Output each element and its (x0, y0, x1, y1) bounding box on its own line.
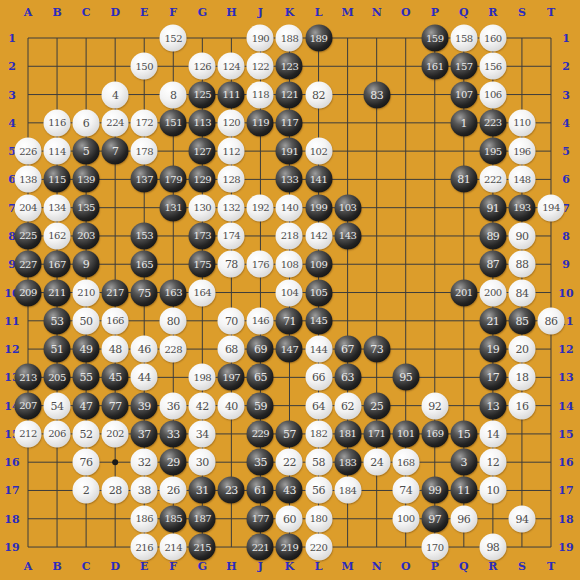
stone-S18[interactable]: 94 (508, 505, 535, 532)
stone-M16[interactable]: 183 (334, 449, 361, 476)
stone-M7[interactable]: 103 (334, 194, 361, 221)
stone-O16[interactable]: 168 (392, 449, 419, 476)
stone-L13[interactable]: 66 (305, 364, 332, 391)
stone-Q2[interactable]: 157 (450, 53, 477, 80)
stone-S7[interactable]: 193 (508, 194, 535, 221)
stone-H9[interactable]: 78 (218, 251, 245, 278)
stone-J2[interactable]: 122 (247, 53, 274, 80)
stone-J1[interactable]: 190 (247, 25, 274, 52)
stone-R12[interactable]: 19 (479, 336, 506, 363)
stone-L5[interactable]: 102 (305, 138, 332, 165)
stone-F4[interactable]: 151 (160, 109, 187, 136)
stone-K10[interactable]: 104 (276, 279, 303, 306)
stone-R16[interactable]: 12 (479, 449, 506, 476)
stone-K11[interactable]: 71 (276, 307, 303, 334)
stone-D4[interactable]: 224 (102, 109, 129, 136)
stone-D13[interactable]: 45 (102, 364, 129, 391)
stone-K5[interactable]: 191 (276, 138, 303, 165)
stone-E17[interactable]: 38 (131, 477, 158, 504)
stone-E8[interactable]: 153 (131, 222, 158, 249)
stone-R13[interactable]: 17 (479, 364, 506, 391)
stone-C12[interactable]: 49 (73, 336, 100, 363)
stone-T7[interactable]: 194 (537, 194, 564, 221)
stone-Q1[interactable]: 158 (450, 25, 477, 52)
stone-D14[interactable]: 77 (102, 392, 129, 419)
stone-B15[interactable]: 206 (44, 420, 71, 447)
stone-E4[interactable]: 172 (131, 109, 158, 136)
stone-B11[interactable]: 53 (44, 307, 71, 334)
stone-L18[interactable]: 180 (305, 505, 332, 532)
stone-K2[interactable]: 123 (276, 53, 303, 80)
stone-B13[interactable]: 205 (44, 364, 71, 391)
stone-L6[interactable]: 141 (305, 166, 332, 193)
stone-J13[interactable]: 65 (247, 364, 274, 391)
stone-F12[interactable]: 228 (160, 336, 187, 363)
stone-K19[interactable]: 219 (276, 534, 303, 561)
stone-L14[interactable]: 64 (305, 392, 332, 419)
stone-J12[interactable]: 69 (247, 336, 274, 363)
stone-R3[interactable]: 106 (479, 81, 506, 108)
stone-H13[interactable]: 197 (218, 364, 245, 391)
stone-A8[interactable]: 225 (15, 222, 42, 249)
star-point-D16 (112, 459, 118, 465)
stone-P1[interactable]: 159 (421, 25, 448, 52)
stone-D15[interactable]: 202 (102, 420, 129, 447)
stone-F1[interactable]: 152 (160, 25, 187, 52)
stone-H7[interactable]: 132 (218, 194, 245, 221)
stone-K17[interactable]: 43 (276, 477, 303, 504)
stone-N3[interactable]: 83 (363, 81, 390, 108)
stone-R7[interactable]: 91 (479, 194, 506, 221)
stone-P2[interactable]: 161 (421, 53, 448, 80)
stone-P18[interactable]: 97 (421, 505, 448, 532)
stone-B4[interactable]: 116 (44, 109, 71, 136)
stone-P14[interactable]: 92 (421, 392, 448, 419)
stone-F18[interactable]: 185 (160, 505, 187, 532)
stone-R11[interactable]: 21 (479, 307, 506, 334)
stone-H2[interactable]: 124 (218, 53, 245, 80)
stone-F3[interactable]: 8 (160, 81, 187, 108)
stone-F15[interactable]: 33 (160, 420, 187, 447)
stone-O15[interactable]: 101 (392, 420, 419, 447)
stone-S8[interactable]: 90 (508, 222, 535, 249)
stone-L16[interactable]: 58 (305, 449, 332, 476)
stone-R10[interactable]: 200 (479, 279, 506, 306)
stone-G18[interactable]: 187 (189, 505, 216, 532)
stone-H14[interactable]: 40 (218, 392, 245, 419)
stone-G13[interactable]: 198 (189, 364, 216, 391)
stone-J7[interactable]: 192 (247, 194, 274, 221)
stone-H4[interactable]: 120 (218, 109, 245, 136)
stone-F17[interactable]: 26 (160, 477, 187, 504)
stone-B5[interactable]: 114 (44, 138, 71, 165)
stone-R19[interactable]: 98 (479, 534, 506, 561)
stone-F10[interactable]: 163 (160, 279, 187, 306)
stone-S9[interactable]: 88 (508, 251, 535, 278)
stone-K3[interactable]: 121 (276, 81, 303, 108)
stone-S5[interactable]: 196 (508, 138, 535, 165)
stone-K7[interactable]: 140 (276, 194, 303, 221)
stone-C11[interactable]: 50 (73, 307, 100, 334)
stone-B9[interactable]: 167 (44, 251, 71, 278)
stone-R14[interactable]: 13 (479, 392, 506, 419)
stone-S14[interactable]: 16 (508, 392, 535, 419)
stone-J4[interactable]: 119 (247, 109, 274, 136)
stone-N14[interactable]: 25 (363, 392, 390, 419)
stone-E14[interactable]: 39 (131, 392, 158, 419)
stone-K18[interactable]: 60 (276, 505, 303, 532)
stone-F11[interactable]: 80 (160, 307, 187, 334)
stone-B7[interactable]: 134 (44, 194, 71, 221)
stone-J18[interactable]: 177 (247, 505, 274, 532)
stone-C10[interactable]: 210 (73, 279, 100, 306)
stone-O18[interactable]: 100 (392, 505, 419, 532)
stone-C4[interactable]: 6 (73, 109, 100, 136)
stone-B10[interactable]: 211 (44, 279, 71, 306)
stone-E13[interactable]: 44 (131, 364, 158, 391)
stone-C7[interactable]: 135 (73, 194, 100, 221)
stone-C13[interactable]: 55 (73, 364, 100, 391)
stone-G4[interactable]: 113 (189, 109, 216, 136)
stone-L19[interactable]: 220 (305, 534, 332, 561)
stone-H12[interactable]: 68 (218, 336, 245, 363)
stone-A13[interactable]: 213 (15, 364, 42, 391)
stone-Q6[interactable]: 81 (450, 166, 477, 193)
stone-K8[interactable]: 218 (276, 222, 303, 249)
stone-R8[interactable]: 89 (479, 222, 506, 249)
stone-G15[interactable]: 34 (189, 420, 216, 447)
go-board: AABBCCDDEEFFGGHHJJKKLLMMNNOOPPQQRRSSTT11… (0, 0, 580, 580)
stone-C5[interactable]: 5 (73, 138, 100, 165)
stone-M8[interactable]: 143 (334, 222, 361, 249)
stone-G14[interactable]: 42 (189, 392, 216, 419)
stone-J9[interactable]: 176 (247, 251, 274, 278)
stone-E18[interactable]: 186 (131, 505, 158, 532)
stone-C17[interactable]: 2 (73, 477, 100, 504)
stone-H8[interactable]: 174 (218, 222, 245, 249)
stone-S13[interactable]: 18 (508, 364, 535, 391)
stone-Q10[interactable]: 201 (450, 279, 477, 306)
stone-R15[interactable]: 14 (479, 420, 506, 447)
stone-M12[interactable]: 67 (334, 336, 361, 363)
stone-L10[interactable]: 105 (305, 279, 332, 306)
stone-G17[interactable]: 31 (189, 477, 216, 504)
stone-D10[interactable]: 217 (102, 279, 129, 306)
stone-B12[interactable]: 51 (44, 336, 71, 363)
stone-A14[interactable]: 207 (15, 392, 42, 419)
stone-K4[interactable]: 117 (276, 109, 303, 136)
stone-G5[interactable]: 127 (189, 138, 216, 165)
stone-Q15[interactable]: 15 (450, 420, 477, 447)
stone-C9[interactable]: 9 (73, 251, 100, 278)
stone-C16[interactable]: 76 (73, 449, 100, 476)
stone-L9[interactable]: 109 (305, 251, 332, 278)
stone-B6[interactable]: 115 (44, 166, 71, 193)
stone-L12[interactable]: 144 (305, 336, 332, 363)
stone-P19[interactable]: 170 (421, 534, 448, 561)
stone-G3[interactable]: 125 (189, 81, 216, 108)
stone-R9[interactable]: 87 (479, 251, 506, 278)
stone-C14[interactable]: 47 (73, 392, 100, 419)
stone-N12[interactable]: 73 (363, 336, 390, 363)
stone-H17[interactable]: 23 (218, 477, 245, 504)
stone-A15[interactable]: 212 (15, 420, 42, 447)
stone-K1[interactable]: 188 (276, 25, 303, 52)
stone-M13[interactable]: 63 (334, 364, 361, 391)
stone-O13[interactable]: 95 (392, 364, 419, 391)
stone-S4[interactable]: 110 (508, 109, 535, 136)
stone-L15[interactable]: 182 (305, 420, 332, 447)
stone-C8[interactable]: 203 (73, 222, 100, 249)
stone-O17[interactable]: 74 (392, 477, 419, 504)
stone-K12[interactable]: 147 (276, 336, 303, 363)
stone-Q18[interactable]: 96 (450, 505, 477, 532)
stone-J17[interactable]: 61 (247, 477, 274, 504)
stone-A9[interactable]: 227 (15, 251, 42, 278)
stone-M17[interactable]: 184 (334, 477, 361, 504)
stone-E15[interactable]: 37 (131, 420, 158, 447)
stone-A10[interactable]: 209 (15, 279, 42, 306)
stone-G16[interactable]: 30 (189, 449, 216, 476)
stone-R1[interactable]: 160 (479, 25, 506, 52)
stone-D12[interactable]: 48 (102, 336, 129, 363)
stone-Q17[interactable]: 11 (450, 477, 477, 504)
stone-R5[interactable]: 195 (479, 138, 506, 165)
stone-C6[interactable]: 139 (73, 166, 100, 193)
stone-L7[interactable]: 199 (305, 194, 332, 221)
stone-P15[interactable]: 169 (421, 420, 448, 447)
stone-R4[interactable]: 223 (479, 109, 506, 136)
stone-C15[interactable]: 52 (73, 420, 100, 447)
stone-M15[interactable]: 181 (334, 420, 361, 447)
stone-L1[interactable]: 189 (305, 25, 332, 52)
stone-R17[interactable]: 10 (479, 477, 506, 504)
stone-D3[interactable]: 4 (102, 81, 129, 108)
stone-D11[interactable]: 166 (102, 307, 129, 334)
stone-Q4[interactable]: 1 (450, 109, 477, 136)
stone-E6[interactable]: 137 (131, 166, 158, 193)
stone-Q16[interactable]: 3 (450, 449, 477, 476)
stone-F7[interactable]: 131 (160, 194, 187, 221)
stone-S12[interactable]: 20 (508, 336, 535, 363)
stone-K15[interactable]: 57 (276, 420, 303, 447)
stone-E12[interactable]: 46 (131, 336, 158, 363)
stone-J14[interactable]: 59 (247, 392, 274, 419)
stone-F16[interactable]: 29 (160, 449, 187, 476)
stone-L3[interactable]: 82 (305, 81, 332, 108)
stone-P17[interactable]: 99 (421, 477, 448, 504)
stone-G7[interactable]: 130 (189, 194, 216, 221)
stone-T11[interactable]: 86 (537, 307, 564, 334)
stone-D17[interactable]: 28 (102, 477, 129, 504)
stone-E2[interactable]: 150 (131, 53, 158, 80)
stone-E10[interactable]: 75 (131, 279, 158, 306)
stone-E16[interactable]: 32 (131, 449, 158, 476)
stone-N16[interactable]: 24 (363, 449, 390, 476)
stone-E5[interactable]: 178 (131, 138, 158, 165)
stone-E9[interactable]: 165 (131, 251, 158, 278)
stone-S6[interactable]: 148 (508, 166, 535, 193)
stone-G10[interactable]: 164 (189, 279, 216, 306)
stone-H6[interactable]: 128 (218, 166, 245, 193)
stone-L17[interactable]: 56 (305, 477, 332, 504)
stone-N15[interactable]: 171 (363, 420, 390, 447)
stone-B14[interactable]: 54 (44, 392, 71, 419)
stone-S11[interactable]: 85 (508, 307, 535, 334)
stone-A6[interactable]: 138 (15, 166, 42, 193)
stone-L8[interactable]: 142 (305, 222, 332, 249)
stone-E19[interactable]: 216 (131, 534, 158, 561)
stone-R2[interactable]: 156 (479, 53, 506, 80)
stone-K9[interactable]: 108 (276, 251, 303, 278)
stone-K16[interactable]: 22 (276, 449, 303, 476)
stone-M14[interactable]: 62 (334, 392, 361, 419)
stone-L11[interactable]: 145 (305, 307, 332, 334)
stone-F6[interactable]: 179 (160, 166, 187, 193)
stone-A7[interactable]: 204 (15, 194, 42, 221)
stone-J3[interactable]: 118 (247, 81, 274, 108)
stone-H3[interactable]: 111 (218, 81, 245, 108)
stone-H11[interactable]: 70 (218, 307, 245, 334)
stone-B8[interactable]: 162 (44, 222, 71, 249)
stone-J16[interactable]: 35 (247, 449, 274, 476)
stone-G2[interactable]: 126 (189, 53, 216, 80)
stone-R6[interactable]: 222 (479, 166, 506, 193)
stone-H5[interactable]: 112 (218, 138, 245, 165)
stone-G8[interactable]: 173 (189, 222, 216, 249)
stone-J19[interactable]: 221 (247, 534, 274, 561)
stone-G6[interactable]: 129 (189, 166, 216, 193)
stone-K6[interactable]: 133 (276, 166, 303, 193)
stone-A5[interactable]: 226 (15, 138, 42, 165)
stone-J15[interactable]: 229 (247, 420, 274, 447)
stone-G9[interactable]: 175 (189, 251, 216, 278)
stone-Q3[interactable]: 107 (450, 81, 477, 108)
stone-F19[interactable]: 214 (160, 534, 187, 561)
stone-S10[interactable]: 84 (508, 279, 535, 306)
stone-J11[interactable]: 146 (247, 307, 274, 334)
stone-F14[interactable]: 36 (160, 392, 187, 419)
stone-D5[interactable]: 7 (102, 138, 129, 165)
stone-G19[interactable]: 215 (189, 534, 216, 561)
